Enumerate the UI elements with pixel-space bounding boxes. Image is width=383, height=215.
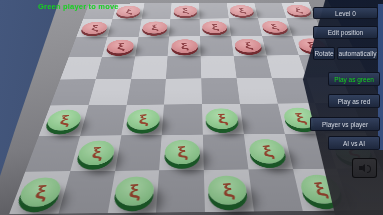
board-cell[interactable] [156,170,205,213]
board-cell[interactable]: ξ [121,105,164,136]
piece-motif: ξ [237,7,246,14]
board-cell[interactable] [200,36,233,56]
play-as-red-button[interactable]: Play as red [328,94,380,108]
board-cell[interactable] [169,19,200,37]
green-piece[interactable]: ξ [16,177,64,207]
board-cell[interactable] [96,56,135,79]
piece-motif: ξ [125,8,132,15]
board-cell[interactable] [80,105,126,136]
red-piece[interactable]: ξ [171,39,198,53]
red-piece[interactable]: ξ [173,5,197,16]
red-piece[interactable]: ξ [80,22,109,34]
board-cell[interactable]: ξ [70,135,121,171]
board-cell[interactable]: ξ [227,3,258,19]
board-cell[interactable]: ξ [102,37,138,57]
piece-motif: ξ [269,23,279,31]
piece-motif: ξ [181,7,189,14]
piece-motif: ξ [91,24,99,32]
green-piece[interactable]: ξ [248,139,287,164]
board-cell[interactable]: ξ [171,3,200,19]
board-cell[interactable]: ξ [202,104,244,134]
board-cell[interactable] [201,78,239,104]
board-cell[interactable] [233,55,271,78]
speaker-icon [359,164,371,173]
green-piece[interactable]: ξ [208,175,248,204]
board-cell[interactable] [115,135,162,171]
play-as-green-button[interactable]: Play as green [328,72,380,86]
board-cell[interactable]: ξ [159,134,203,170]
piece-motif: ξ [180,41,189,50]
piece-motif: ξ [59,113,70,127]
piece-motif: ξ [151,24,159,32]
turn-status: Green player to move [38,2,119,11]
green-piece[interactable]: ξ [206,108,240,129]
edit-position-button[interactable]: Edit position [313,26,378,39]
player-vs-player-button[interactable]: Player vs player [310,117,380,131]
board-cell[interactable] [131,56,168,79]
board-cell[interactable] [164,78,202,104]
green-piece[interactable]: ξ [44,110,83,131]
board-cell[interactable] [107,19,141,37]
rotate-button[interactable]: Rotate [313,47,335,60]
green-piece[interactable]: ξ [76,140,117,165]
board-cell[interactable]: ξ [204,169,254,212]
green-piece[interactable]: ξ [164,140,200,165]
board-cell[interactable] [162,104,203,134]
piece-motif: ξ [117,42,125,51]
piece-motif: ξ [91,144,102,160]
red-piece[interactable]: ξ [261,21,289,33]
piece-motif: ξ [312,179,330,198]
red-piece[interactable]: ξ [285,5,312,16]
board-cell[interactable] [201,56,237,79]
board-cell[interactable] [135,36,169,56]
board-cell[interactable] [229,18,262,36]
piece-motif: ξ [129,181,140,200]
piece-motif: ξ [139,113,149,127]
piece-motif: ξ [243,41,253,50]
board-cell[interactable] [126,79,166,105]
checkers-app: ξξξξξξξξξξξξξξξξξξξξξξξξ Green player to… [0,0,383,215]
green-piece[interactable]: ξ [125,109,160,130]
piece-motif: ξ [34,182,48,201]
board-cell[interactable]: ξ [107,170,159,213]
sound-button[interactable] [352,158,377,178]
board-cell[interactable] [141,3,171,19]
board-cell[interactable] [199,3,228,19]
red-piece[interactable]: ξ [234,39,263,53]
rotate-automatically-button[interactable]: automatically [337,47,378,60]
board-cell[interactable] [236,78,277,104]
green-piece[interactable]: ξ [298,175,344,204]
level-button[interactable]: Level 0 [313,7,378,19]
board-cell[interactable] [88,79,131,105]
board-cell[interactable]: ξ [231,36,266,56]
ai-vs-ai-button[interactable]: AI vs AI [328,136,380,150]
piece-motif: ξ [293,7,303,14]
piece-motif: ξ [210,23,219,31]
red-piece[interactable]: ξ [116,6,142,17]
board-cell[interactable] [166,56,201,79]
red-piece[interactable]: ξ [202,21,228,33]
red-piece[interactable]: ξ [106,39,135,53]
piece-motif: ξ [293,111,307,124]
green-piece[interactable]: ξ [113,176,155,206]
piece-motif: ξ [221,180,235,199]
red-piece[interactable]: ξ [142,21,168,33]
piece-motif: ξ [260,143,275,159]
board-cell[interactable] [203,134,248,170]
piece-motif: ξ [216,112,228,126]
red-piece[interactable]: ξ [229,5,254,16]
piece-motif: ξ [176,144,188,160]
board-cell[interactable]: ξ [138,19,170,37]
board-cell[interactable]: ξ [200,18,231,36]
board-cell[interactable]: ξ [168,36,201,56]
